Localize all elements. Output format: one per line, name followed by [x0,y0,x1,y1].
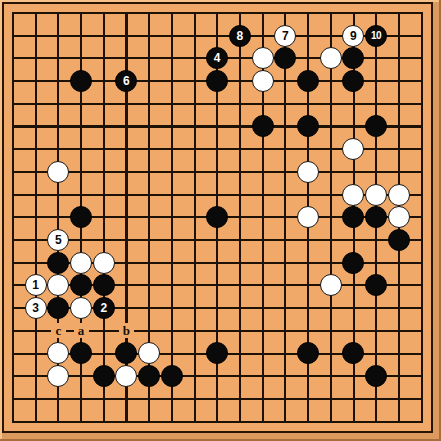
intersection-N5[interactable] [274,319,297,342]
intersection-L6[interactable] [229,297,252,320]
intersection-C17[interactable] [47,47,70,70]
intersection-T15[interactable] [410,92,433,115]
intersection-K5[interactable] [206,319,229,342]
intersection-J14[interactable] [183,115,206,138]
intersection-A11[interactable] [2,183,25,206]
intersection-M15[interactable] [251,92,274,115]
intersection-E16[interactable] [92,70,115,93]
intersection-Q12[interactable] [342,160,365,183]
intersection-A12[interactable] [2,160,25,183]
intersection-A16[interactable] [2,70,25,93]
intersection-G8[interactable] [138,251,161,274]
intersection-B17[interactable] [24,47,47,70]
intersection-P9[interactable] [319,229,342,252]
intersection-R6[interactable] [365,297,388,320]
intersection-H13[interactable] [160,138,183,161]
intersection-P6[interactable] [319,297,342,320]
intersection-T18[interactable] [410,24,433,47]
intersection-R13[interactable] [365,138,388,161]
intersection-A14[interactable] [2,115,25,138]
intersection-M10[interactable] [251,206,274,229]
intersection-K8[interactable] [206,251,229,274]
intersection-S19[interactable] [387,2,410,25]
intersection-P18[interactable] [319,24,342,47]
intersection-F12[interactable] [115,160,138,183]
intersection-N14[interactable] [274,115,297,138]
intersection-N3[interactable] [274,365,297,388]
intersection-H15[interactable] [160,92,183,115]
intersection-K9[interactable] [206,229,229,252]
intersection-N10[interactable] [274,206,297,229]
intersection-L10[interactable] [229,206,252,229]
intersection-B14[interactable] [24,115,47,138]
intersection-R17[interactable] [365,47,388,70]
intersection-Q5[interactable] [342,319,365,342]
intersection-S15[interactable] [387,92,410,115]
intersection-G13[interactable] [138,138,161,161]
intersection-M3[interactable] [251,365,274,388]
intersection-J19[interactable] [183,2,206,25]
intersection-H17[interactable] [160,47,183,70]
intersection-G14[interactable] [138,115,161,138]
intersection-S6[interactable] [387,297,410,320]
intersection-P8[interactable] [319,251,342,274]
black-stone: 4 [206,47,228,69]
intersection-N13[interactable] [274,138,297,161]
intersection-H5[interactable] [160,319,183,342]
intersection-N4[interactable] [274,342,297,365]
intersection-T9[interactable] [410,229,433,252]
intersection-G6[interactable] [138,297,161,320]
intersection-H9[interactable] [160,229,183,252]
intersection-H16[interactable] [160,70,183,93]
intersection-B2[interactable] [24,387,47,410]
intersection-B3[interactable] [24,365,47,388]
intersection-C14[interactable] [47,115,70,138]
intersection-D9[interactable] [70,229,93,252]
intersection-O19[interactable] [297,2,320,25]
intersection-S14[interactable] [387,115,410,138]
intersection-E13[interactable] [92,138,115,161]
intersection-K6[interactable] [206,297,229,320]
intersection-O15[interactable] [297,92,320,115]
intersection-S12[interactable] [387,160,410,183]
intersection-M7[interactable] [251,274,274,297]
intersection-C10[interactable] [47,206,70,229]
intersection-T4[interactable] [410,342,433,365]
intersection-C15[interactable] [47,92,70,115]
intersection-M13[interactable] [251,138,274,161]
intersection-T8[interactable] [410,251,433,274]
intersection-B13[interactable] [24,138,47,161]
intersection-S18[interactable] [387,24,410,47]
intersection-L13[interactable] [229,138,252,161]
intersection-Q1[interactable] [342,410,365,433]
intersection-R4[interactable] [365,342,388,365]
intersection-C2[interactable] [47,387,70,410]
intersection-L4[interactable] [229,342,252,365]
intersection-S7[interactable] [387,274,410,297]
intersection-A10[interactable] [2,206,25,229]
intersection-E10[interactable] [92,206,115,229]
intersection-F17[interactable] [115,47,138,70]
intersection-F19[interactable] [115,2,138,25]
intersection-M2[interactable] [251,387,274,410]
intersection-A9[interactable] [2,229,25,252]
intersection-F14[interactable] [115,115,138,138]
intersection-L3[interactable] [229,365,252,388]
intersection-J5[interactable] [183,319,206,342]
intersection-K14[interactable] [206,115,229,138]
intersection-K3[interactable] [206,365,229,388]
intersection-N15[interactable] [274,92,297,115]
intersection-D14[interactable] [70,115,93,138]
intersection-P16[interactable] [319,70,342,93]
intersection-M8[interactable] [251,251,274,274]
intersection-F9[interactable] [115,229,138,252]
intersection-A15[interactable] [2,92,25,115]
intersection-G15[interactable] [138,92,161,115]
intersection-A8[interactable] [2,251,25,274]
intersection-P14[interactable] [319,115,342,138]
intersection-S5[interactable] [387,319,410,342]
intersection-E4[interactable] [92,342,115,365]
intersection-J3[interactable] [183,365,206,388]
intersection-A2[interactable] [2,387,25,410]
intersection-D17[interactable] [70,47,93,70]
intersection-B18[interactable] [24,24,47,47]
intersection-C18[interactable] [47,24,70,47]
intersection-H10[interactable] [160,206,183,229]
intersection-A17[interactable] [2,47,25,70]
intersection-A18[interactable] [2,24,25,47]
intersection-L15[interactable] [229,92,252,115]
intersection-P1[interactable] [319,410,342,433]
intersection-H12[interactable] [160,160,183,183]
intersection-L19[interactable] [229,2,252,25]
intersection-E18[interactable] [92,24,115,47]
intersection-L7[interactable] [229,274,252,297]
intersection-F15[interactable] [115,92,138,115]
intersection-S8[interactable] [387,251,410,274]
intersection-A3[interactable] [2,365,25,388]
intersection-O3[interactable] [297,365,320,388]
intersection-F11[interactable] [115,183,138,206]
intersection-C13[interactable] [47,138,70,161]
intersection-T5[interactable] [410,319,433,342]
intersection-G18[interactable] [138,24,161,47]
intersection-O8[interactable] [297,251,320,274]
intersection-L8[interactable] [229,251,252,274]
intersection-L2[interactable] [229,387,252,410]
intersection-F13[interactable] [115,138,138,161]
intersection-T12[interactable] [410,160,433,183]
intersection-M1[interactable] [251,410,274,433]
intersection-Q19[interactable] [342,2,365,25]
intersection-L14[interactable] [229,115,252,138]
intersection-O2[interactable] [297,387,320,410]
intersection-Q15[interactable] [342,92,365,115]
intersection-R15[interactable] [365,92,388,115]
intersection-H2[interactable] [160,387,183,410]
intersection-M4[interactable] [251,342,274,365]
intersection-J11[interactable] [183,183,206,206]
intersection-C16[interactable] [47,70,70,93]
intersection-A5[interactable] [2,319,25,342]
intersection-J6[interactable] [183,297,206,320]
intersection-D11[interactable] [70,183,93,206]
intersection-F2[interactable] [115,387,138,410]
intersection-E5[interactable] [92,319,115,342]
intersection-O11[interactable] [297,183,320,206]
intersection-P10[interactable] [319,206,342,229]
intersection-C11[interactable] [47,183,70,206]
intersection-M18[interactable] [251,24,274,47]
intersection-P13[interactable] [319,138,342,161]
intersection-R1[interactable] [365,410,388,433]
intersection-G16[interactable] [138,70,161,93]
intersection-T14[interactable] [410,115,433,138]
intersection-J10[interactable] [183,206,206,229]
intersection-G19[interactable] [138,2,161,25]
intersection-F1[interactable] [115,410,138,433]
intersection-T13[interactable] [410,138,433,161]
intersection-S17[interactable] [387,47,410,70]
intersection-H1[interactable] [160,410,183,433]
intersection-P2[interactable] [319,387,342,410]
intersection-J8[interactable] [183,251,206,274]
intersection-O18[interactable] [297,24,320,47]
intersection-T10[interactable] [410,206,433,229]
intersection-G11[interactable] [138,183,161,206]
intersection-G7[interactable] [138,274,161,297]
intersection-K18[interactable] [206,24,229,47]
intersection-K7[interactable] [206,274,229,297]
intersection-P4[interactable] [319,342,342,365]
intersection-A19[interactable] [2,2,25,25]
intersection-P3[interactable] [319,365,342,388]
intersection-J12[interactable] [183,160,206,183]
intersection-E2[interactable] [92,387,115,410]
intersection-H19[interactable] [160,2,183,25]
intersection-Q7[interactable] [342,274,365,297]
intersection-S3[interactable] [387,365,410,388]
intersection-B4[interactable] [24,342,47,365]
intersection-H7[interactable] [160,274,183,297]
intersection-Q9[interactable] [342,229,365,252]
intersection-J2[interactable] [183,387,206,410]
intersection-M11[interactable] [251,183,274,206]
intersection-H14[interactable] [160,115,183,138]
intersection-H11[interactable] [160,183,183,206]
intersection-J7[interactable] [183,274,206,297]
intersection-T3[interactable] [410,365,433,388]
intersection-M6[interactable] [251,297,274,320]
intersection-H4[interactable] [160,342,183,365]
intersection-G5[interactable] [138,319,161,342]
intersection-R2[interactable] [365,387,388,410]
intersection-A6[interactable] [2,297,25,320]
intersection-D19[interactable] [70,2,93,25]
intersection-B11[interactable] [24,183,47,206]
intersection-O5[interactable] [297,319,320,342]
intersection-K12[interactable] [206,160,229,183]
intersection-N19[interactable] [274,2,297,25]
intersection-C19[interactable] [47,2,70,25]
intersection-E17[interactable] [92,47,115,70]
intersection-P19[interactable] [319,2,342,25]
intersection-G10[interactable] [138,206,161,229]
intersection-J17[interactable] [183,47,206,70]
intersection-D2[interactable] [70,387,93,410]
intersection-G2[interactable] [138,387,161,410]
intersection-P15[interactable] [319,92,342,115]
intersection-P5[interactable] [319,319,342,342]
intersection-Q2[interactable] [342,387,365,410]
intersection-N8[interactable] [274,251,297,274]
intersection-L9[interactable] [229,229,252,252]
intersection-R19[interactable] [365,2,388,25]
intersection-E12[interactable] [92,160,115,183]
intersection-B9[interactable] [24,229,47,252]
intersection-B12[interactable] [24,160,47,183]
intersection-T6[interactable] [410,297,433,320]
intersection-G1[interactable] [138,410,161,433]
intersection-O1[interactable] [297,410,320,433]
intersection-T2[interactable] [410,387,433,410]
intersection-S13[interactable] [387,138,410,161]
intersection-O9[interactable] [297,229,320,252]
intersection-N11[interactable] [274,183,297,206]
intersection-S2[interactable] [387,387,410,410]
intersection-B10[interactable] [24,206,47,229]
intersection-F7[interactable] [115,274,138,297]
intersection-L17[interactable] [229,47,252,70]
intersection-B8[interactable] [24,251,47,274]
intersection-D1[interactable] [70,410,93,433]
intersection-Q3[interactable] [342,365,365,388]
intersection-J4[interactable] [183,342,206,365]
intersection-K13[interactable] [206,138,229,161]
intersection-F8[interactable] [115,251,138,274]
intersection-C1[interactable] [47,410,70,433]
intersection-J13[interactable] [183,138,206,161]
intersection-F10[interactable] [115,206,138,229]
intersection-K2[interactable] [206,387,229,410]
intersection-K19[interactable] [206,2,229,25]
intersection-B1[interactable] [24,410,47,433]
intersection-M19[interactable] [251,2,274,25]
intersection-N7[interactable] [274,274,297,297]
intersection-T16[interactable] [410,70,433,93]
intersection-P11[interactable] [319,183,342,206]
intersection-Q6[interactable] [342,297,365,320]
intersection-E11[interactable] [92,183,115,206]
intersection-S16[interactable] [387,70,410,93]
intersection-S4[interactable] [387,342,410,365]
intersection-N12[interactable] [274,160,297,183]
intersection-T1[interactable] [410,410,433,433]
intersection-R12[interactable] [365,160,388,183]
intersection-E1[interactable] [92,410,115,433]
intersection-B5[interactable] [24,319,47,342]
intersection-L11[interactable] [229,183,252,206]
intersection-B15[interactable] [24,92,47,115]
intersection-A13[interactable] [2,138,25,161]
intersection-A4[interactable] [2,342,25,365]
intersection-N2[interactable] [274,387,297,410]
intersection-F6[interactable] [115,297,138,320]
intersection-D12[interactable] [70,160,93,183]
intersection-H6[interactable] [160,297,183,320]
intersection-N6[interactable] [274,297,297,320]
intersection-J16[interactable] [183,70,206,93]
intersection-E15[interactable] [92,92,115,115]
intersection-J9[interactable] [183,229,206,252]
intersection-K1[interactable] [206,410,229,433]
intersection-T17[interactable] [410,47,433,70]
intersection-D3[interactable] [70,365,93,388]
intersection-L1[interactable] [229,410,252,433]
intersection-Q14[interactable] [342,115,365,138]
intersection-M5[interactable] [251,319,274,342]
intersection-N9[interactable] [274,229,297,252]
intersection-O13[interactable] [297,138,320,161]
intersection-R16[interactable] [365,70,388,93]
intersection-G17[interactable] [138,47,161,70]
intersection-J15[interactable] [183,92,206,115]
intersection-A1[interactable] [2,410,25,433]
intersection-R8[interactable] [365,251,388,274]
intersection-M9[interactable] [251,229,274,252]
intersection-O7[interactable] [297,274,320,297]
intersection-L16[interactable] [229,70,252,93]
intersection-T19[interactable] [410,2,433,25]
intersection-G9[interactable] [138,229,161,252]
intersection-D15[interactable] [70,92,93,115]
intersection-D13[interactable] [70,138,93,161]
intersection-K15[interactable] [206,92,229,115]
intersection-H18[interactable] [160,24,183,47]
intersection-T11[interactable] [410,183,433,206]
intersection-G12[interactable] [138,160,161,183]
intersection-B16[interactable] [24,70,47,93]
intersection-N1[interactable] [274,410,297,433]
intersection-E9[interactable] [92,229,115,252]
intersection-J1[interactable] [183,410,206,433]
intersection-F18[interactable] [115,24,138,47]
intersection-L5[interactable] [229,319,252,342]
intersection-P12[interactable] [319,160,342,183]
intersection-T7[interactable] [410,274,433,297]
intersection-O6[interactable] [297,297,320,320]
intersection-E14[interactable] [92,115,115,138]
intersection-L12[interactable] [229,160,252,183]
intersection-R5[interactable] [365,319,388,342]
intersection-B19[interactable] [24,2,47,25]
intersection-R9[interactable] [365,229,388,252]
intersection-N16[interactable] [274,70,297,93]
intersection-O17[interactable] [297,47,320,70]
intersection-A7[interactable] [2,274,25,297]
intersection-E19[interactable] [92,2,115,25]
intersection-D18[interactable] [70,24,93,47]
intersection-M12[interactable] [251,160,274,183]
intersection-H8[interactable] [160,251,183,274]
intersection-K11[interactable] [206,183,229,206]
intersection-S1[interactable] [387,410,410,433]
intersection-J18[interactable] [183,24,206,47]
